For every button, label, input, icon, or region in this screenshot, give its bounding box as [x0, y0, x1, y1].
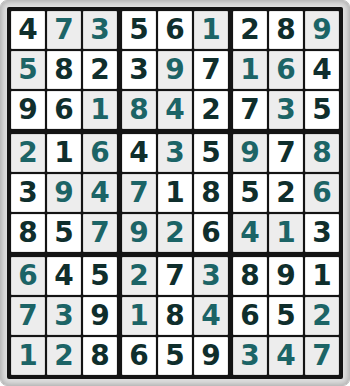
- cell-r5c3[interactable]: 4: [83, 174, 117, 212]
- cell-r6c3[interactable]: 7: [83, 214, 117, 252]
- cell-r4c8[interactable]: 7: [269, 134, 303, 172]
- cell-r3c4[interactable]: 8: [122, 91, 156, 129]
- cell-r7c6[interactable]: 3: [194, 257, 228, 295]
- cell-r6c8[interactable]: 1: [269, 214, 303, 252]
- cell-r9c2[interactable]: 2: [47, 337, 81, 375]
- cell-r7c1[interactable]: 6: [11, 257, 45, 295]
- cell-r4c4[interactable]: 4: [122, 134, 156, 172]
- box-1: 473582961: [11, 11, 117, 129]
- cell-r6c1[interactable]: 8: [11, 214, 45, 252]
- cell-r4c5[interactable]: 3: [158, 134, 192, 172]
- cell-r2c8[interactable]: 6: [269, 51, 303, 89]
- cell-r5c8[interactable]: 2: [269, 174, 303, 212]
- box-7: 645739128: [11, 257, 117, 375]
- cell-r1c8[interactable]: 8: [269, 11, 303, 49]
- box-6: 978526413: [233, 134, 339, 252]
- cell-r5c7[interactable]: 5: [233, 174, 267, 212]
- cell-r3c7[interactable]: 7: [233, 91, 267, 129]
- box-5: 435718926: [122, 134, 228, 252]
- cell-r5c4[interactable]: 7: [122, 174, 156, 212]
- cell-r7c7[interactable]: 8: [233, 257, 267, 295]
- cell-r8c6[interactable]: 4: [194, 297, 228, 335]
- cell-r7c4[interactable]: 2: [122, 257, 156, 295]
- cell-r2c9[interactable]: 4: [305, 51, 339, 89]
- cell-r4c1[interactable]: 2: [11, 134, 45, 172]
- cell-r7c5[interactable]: 7: [158, 257, 192, 295]
- cell-r9c3[interactable]: 8: [83, 337, 117, 375]
- cell-r7c8[interactable]: 9: [269, 257, 303, 295]
- cell-r8c4[interactable]: 1: [122, 297, 156, 335]
- box-4: 216394857: [11, 134, 117, 252]
- cell-r5c6[interactable]: 8: [194, 174, 228, 212]
- cell-r7c9[interactable]: 1: [305, 257, 339, 295]
- box-9: 891652347: [233, 257, 339, 375]
- cell-r5c1[interactable]: 3: [11, 174, 45, 212]
- cell-r6c2[interactable]: 5: [47, 214, 81, 252]
- cell-r8c9[interactable]: 2: [305, 297, 339, 335]
- box-3: 289164735: [233, 11, 339, 129]
- cell-r4c3[interactable]: 6: [83, 134, 117, 172]
- cell-r9c7[interactable]: 3: [233, 337, 267, 375]
- cell-r3c2[interactable]: 6: [47, 91, 81, 129]
- cell-r9c1[interactable]: 1: [11, 337, 45, 375]
- cell-r6c5[interactable]: 2: [158, 214, 192, 252]
- cell-r3c5[interactable]: 4: [158, 91, 192, 129]
- cell-r1c9[interactable]: 9: [305, 11, 339, 49]
- cell-r9c4[interactable]: 6: [122, 337, 156, 375]
- cell-r1c4[interactable]: 5: [122, 11, 156, 49]
- cell-r2c7[interactable]: 1: [233, 51, 267, 89]
- cell-r5c9[interactable]: 6: [305, 174, 339, 212]
- cell-r6c7[interactable]: 4: [233, 214, 267, 252]
- cell-r3c6[interactable]: 2: [194, 91, 228, 129]
- cell-r4c2[interactable]: 1: [47, 134, 81, 172]
- cell-r4c6[interactable]: 5: [194, 134, 228, 172]
- cell-r1c7[interactable]: 2: [233, 11, 267, 49]
- cell-r8c5[interactable]: 8: [158, 297, 192, 335]
- cell-r9c6[interactable]: 9: [194, 337, 228, 375]
- cell-r2c6[interactable]: 7: [194, 51, 228, 89]
- cell-r7c2[interactable]: 4: [47, 257, 81, 295]
- cell-r4c7[interactable]: 9: [233, 134, 267, 172]
- cell-r2c1[interactable]: 5: [11, 51, 45, 89]
- cell-r2c3[interactable]: 2: [83, 51, 117, 89]
- cell-r2c2[interactable]: 8: [47, 51, 81, 89]
- cell-r2c4[interactable]: 3: [122, 51, 156, 89]
- cell-r9c5[interactable]: 5: [158, 337, 192, 375]
- cell-r6c9[interactable]: 3: [305, 214, 339, 252]
- cell-r5c5[interactable]: 1: [158, 174, 192, 212]
- cell-r9c8[interactable]: 4: [269, 337, 303, 375]
- sudoku-board: 4735829615613978422891647352163948574357…: [7, 7, 343, 379]
- cell-r1c1[interactable]: 4: [11, 11, 45, 49]
- cell-r8c3[interactable]: 9: [83, 297, 117, 335]
- cell-r1c5[interactable]: 6: [158, 11, 192, 49]
- cell-r4c9[interactable]: 8: [305, 134, 339, 172]
- box-2: 561397842: [122, 11, 228, 129]
- cell-r5c2[interactable]: 9: [47, 174, 81, 212]
- cell-r3c3[interactable]: 1: [83, 91, 117, 129]
- cell-r7c3[interactable]: 5: [83, 257, 117, 295]
- cell-r1c3[interactable]: 3: [83, 11, 117, 49]
- cell-r3c8[interactable]: 3: [269, 91, 303, 129]
- cell-r8c7[interactable]: 6: [233, 297, 267, 335]
- cell-r9c9[interactable]: 7: [305, 337, 339, 375]
- cell-r3c9[interactable]: 5: [305, 91, 339, 129]
- cell-r3c1[interactable]: 9: [11, 91, 45, 129]
- cell-r8c1[interactable]: 7: [11, 297, 45, 335]
- cell-r6c6[interactable]: 6: [194, 214, 228, 252]
- cell-r2c5[interactable]: 9: [158, 51, 192, 89]
- cell-r6c4[interactable]: 9: [122, 214, 156, 252]
- cell-r8c2[interactable]: 3: [47, 297, 81, 335]
- sudoku-widget: 4735829615613978422891647352163948574357…: [0, 0, 350, 386]
- cell-r8c8[interactable]: 5: [269, 297, 303, 335]
- cell-r1c2[interactable]: 7: [47, 11, 81, 49]
- cell-r1c6[interactable]: 1: [194, 11, 228, 49]
- box-8: 273184659: [122, 257, 228, 375]
